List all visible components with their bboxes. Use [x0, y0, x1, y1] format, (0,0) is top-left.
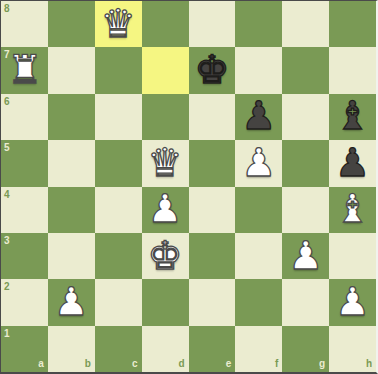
- square-g2[interactable]: [282, 279, 329, 325]
- square-b5[interactable]: [48, 140, 95, 186]
- piece-white-pawn[interactable]: ♟: [288, 236, 323, 277]
- square-a7[interactable]: 7♜: [1, 47, 48, 93]
- square-e5[interactable]: [189, 140, 236, 186]
- piece-white-queen[interactable]: ♛: [148, 143, 183, 184]
- file-label-b: b: [85, 359, 91, 369]
- file-label-g: g: [319, 359, 325, 369]
- rank-label-8: 8: [4, 4, 10, 14]
- square-e6[interactable]: [189, 94, 236, 140]
- rank-label-7: 7: [4, 50, 10, 60]
- square-b4[interactable]: [48, 187, 95, 233]
- file-label-c: c: [132, 359, 138, 369]
- square-c7[interactable]: [95, 47, 142, 93]
- square-a5[interactable]: 5: [1, 140, 48, 186]
- chess-board-container: 8♛7♜♚6♟♝5♛♟♟4♟♝3♚♟2♟♟1abcdefgh: [0, 0, 378, 374]
- piece-black-pawn[interactable]: ♟: [335, 143, 370, 184]
- square-d2[interactable]: [142, 279, 189, 325]
- piece-white-rook[interactable]: ♜: [7, 50, 42, 91]
- square-f2[interactable]: [235, 279, 282, 325]
- square-d5[interactable]: ♛: [142, 140, 189, 186]
- rank-label-1: 1: [4, 329, 10, 339]
- square-h7[interactable]: [329, 47, 376, 93]
- square-c5[interactable]: [95, 140, 142, 186]
- square-e3[interactable]: [189, 233, 236, 279]
- square-e1[interactable]: e: [189, 326, 236, 372]
- square-d8[interactable]: [142, 1, 189, 47]
- square-b2[interactable]: ♟: [48, 279, 95, 325]
- square-d3[interactable]: ♚: [142, 233, 189, 279]
- square-f5[interactable]: ♟: [235, 140, 282, 186]
- square-g8[interactable]: [282, 1, 329, 47]
- piece-black-pawn[interactable]: ♟: [241, 96, 276, 137]
- piece-black-bishop[interactable]: ♝: [335, 96, 370, 137]
- square-b8[interactable]: [48, 1, 95, 47]
- square-b1[interactable]: b: [48, 326, 95, 372]
- chess-board: 8♛7♜♚6♟♝5♛♟♟4♟♝3♚♟2♟♟1abcdefgh: [0, 0, 378, 374]
- square-h3[interactable]: [329, 233, 376, 279]
- piece-white-king[interactable]: ♚: [148, 236, 183, 277]
- square-b7[interactable]: [48, 47, 95, 93]
- square-h2[interactable]: ♟: [329, 279, 376, 325]
- rank-label-5: 5: [4, 143, 10, 153]
- square-h5[interactable]: ♟: [329, 140, 376, 186]
- square-f7[interactable]: [235, 47, 282, 93]
- square-b3[interactable]: [48, 233, 95, 279]
- square-d4[interactable]: ♟: [142, 187, 189, 233]
- piece-black-king[interactable]: ♚: [194, 50, 229, 91]
- rank-label-2: 2: [4, 282, 10, 292]
- square-c1[interactable]: c: [95, 326, 142, 372]
- square-h4[interactable]: ♝: [329, 187, 376, 233]
- square-g4[interactable]: [282, 187, 329, 233]
- piece-white-bishop[interactable]: ♝: [335, 189, 370, 230]
- piece-white-pawn[interactable]: ♟: [54, 282, 89, 323]
- square-c6[interactable]: [95, 94, 142, 140]
- square-a2[interactable]: 2: [1, 279, 48, 325]
- square-c8[interactable]: ♛: [95, 1, 142, 47]
- piece-white-queen[interactable]: ♛: [101, 4, 136, 45]
- square-d6[interactable]: [142, 94, 189, 140]
- square-f8[interactable]: [235, 1, 282, 47]
- square-f4[interactable]: [235, 187, 282, 233]
- square-e7[interactable]: ♚: [189, 47, 236, 93]
- square-f3[interactable]: [235, 233, 282, 279]
- square-a6[interactable]: 6: [1, 94, 48, 140]
- square-f6[interactable]: ♟: [235, 94, 282, 140]
- piece-white-pawn[interactable]: ♟: [335, 282, 370, 323]
- file-label-h: h: [366, 359, 372, 369]
- file-label-d: d: [178, 359, 184, 369]
- square-c3[interactable]: [95, 233, 142, 279]
- square-g5[interactable]: [282, 140, 329, 186]
- square-c4[interactable]: [95, 187, 142, 233]
- square-g3[interactable]: ♟: [282, 233, 329, 279]
- square-g1[interactable]: g: [282, 326, 329, 372]
- square-g7[interactable]: [282, 47, 329, 93]
- piece-white-pawn[interactable]: ♟: [148, 189, 183, 230]
- square-a8[interactable]: 8: [1, 1, 48, 47]
- square-h6[interactable]: ♝: [329, 94, 376, 140]
- square-h1[interactable]: h: [329, 326, 376, 372]
- square-h8[interactable]: [329, 1, 376, 47]
- square-g6[interactable]: [282, 94, 329, 140]
- square-a4[interactable]: 4: [1, 187, 48, 233]
- square-f1[interactable]: f: [235, 326, 282, 372]
- rank-label-6: 6: [4, 97, 10, 107]
- file-label-f: f: [275, 359, 278, 369]
- square-b6[interactable]: [48, 94, 95, 140]
- square-c2[interactable]: [95, 279, 142, 325]
- rank-label-4: 4: [4, 190, 10, 200]
- square-d1[interactable]: d: [142, 326, 189, 372]
- square-d7[interactable]: [142, 47, 189, 93]
- square-e8[interactable]: [189, 1, 236, 47]
- square-e4[interactable]: [189, 187, 236, 233]
- file-label-e: e: [226, 359, 232, 369]
- square-e2[interactable]: [189, 279, 236, 325]
- square-a3[interactable]: 3: [1, 233, 48, 279]
- rank-label-3: 3: [4, 236, 10, 246]
- file-label-a: a: [38, 359, 44, 369]
- piece-white-pawn[interactable]: ♟: [241, 143, 276, 184]
- square-a1[interactable]: 1a: [1, 326, 48, 372]
